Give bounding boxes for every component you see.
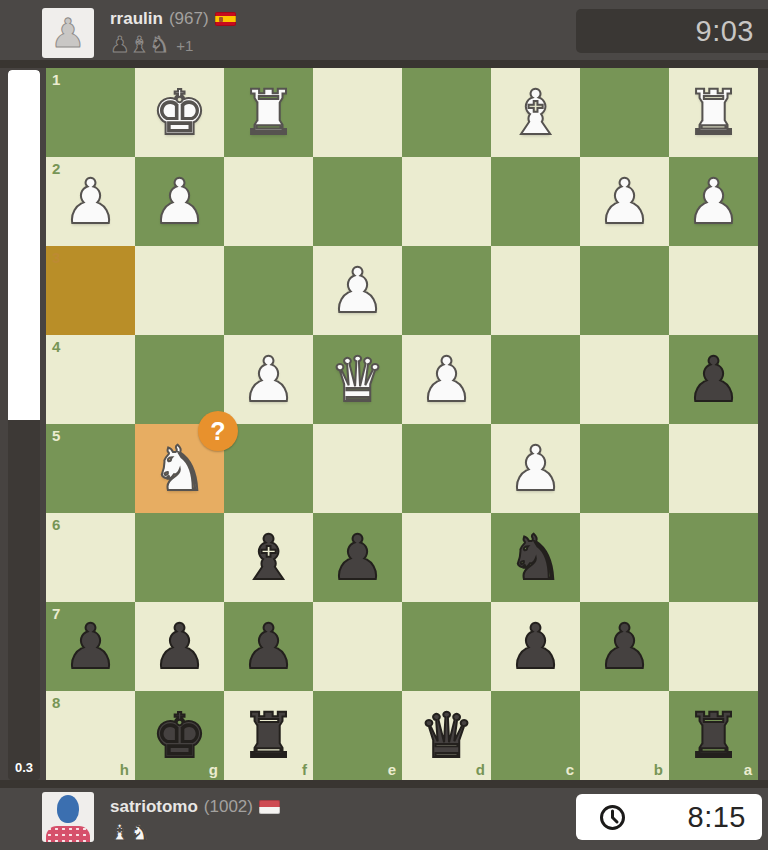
square-e6[interactable]: ♟ [313,513,402,602]
piece-white-pawn: ♟ [330,260,386,322]
square-c3[interactable] [491,246,580,335]
piece-white-queen: ♛ [330,349,386,411]
square-d4[interactable]: ♟ [402,335,491,424]
rank-label-8: 8 [52,694,60,711]
square-f3[interactable] [224,246,313,335]
person-avatar-icon [42,792,94,842]
square-d3[interactable] [402,246,491,335]
piece-black-rook: ♜ [686,705,742,767]
square-d6[interactable] [402,513,491,602]
piece-black-pawn: ♟ [63,616,119,678]
piece-white-knight: ♞ [152,438,208,500]
piece-white-pawn: ♟ [686,171,742,233]
opponent-avatar[interactable]: ♟ [42,8,94,58]
square-g3[interactable] [135,246,224,335]
square-c5[interactable]: ♟ [491,424,580,513]
square-a6[interactable] [669,513,758,602]
square-b4[interactable] [580,335,669,424]
opponent-rating: (967) [169,9,209,29]
captured-bishop-icon: ♝ [130,32,150,57]
square-a1[interactable]: ♜ [669,68,758,157]
square-e4[interactable]: ♛ [313,335,402,424]
square-d8[interactable]: d♛ [402,691,491,780]
square-g4[interactable] [135,335,224,424]
player-rating: (1002) [204,797,253,817]
square-f1[interactable]: ♜ [224,68,313,157]
square-c7[interactable]: ♟ [491,602,580,691]
square-g2[interactable]: ♟ [135,157,224,246]
square-c8[interactable]: c [491,691,580,780]
rank-label-2: 2 [52,160,60,177]
square-e2[interactable] [313,157,402,246]
file-label-c: c [566,761,574,778]
rank-label-4: 4 [52,338,60,355]
piece-white-rook: ♜ [241,82,297,144]
piece-white-pawn: ♟ [597,171,653,233]
piece-black-pawn: ♟ [508,616,564,678]
opponent-captured-pieces: ♟♝♞ +1 [110,32,236,58]
opponent-bar: ♟ rraulin (967) ♟♝♞ +1 9:03 [0,0,768,60]
square-c1[interactable]: ♝ [491,68,580,157]
player-username[interactable]: satriotomo [110,797,198,817]
square-c6[interactable]: ♞ [491,513,580,602]
square-d2[interactable] [402,157,491,246]
captured-knight-icon: ♞ [130,820,150,845]
piece-white-pawn: ♟ [508,438,564,500]
piece-black-pawn: ♟ [241,616,297,678]
square-h6[interactable]: 6 [46,513,135,602]
square-h5[interactable]: 5 [46,424,135,513]
square-g6[interactable] [135,513,224,602]
piece-black-rook: ♜ [241,705,297,767]
square-c2[interactable] [491,157,580,246]
spain-flag-icon [215,12,236,26]
player-captured-pieces: ♝♞ [110,820,280,846]
square-g1[interactable]: ♚ [135,68,224,157]
piece-white-rook: ♜ [686,82,742,144]
square-c4[interactable] [491,335,580,424]
square-g5[interactable]: ♞? [135,424,224,513]
indonesia-flag-icon [259,800,280,814]
captured-bishop-icon: ♝ [110,820,130,845]
square-h8[interactable]: 8h [46,691,135,780]
square-a3[interactable] [669,246,758,335]
square-e3[interactable]: ♟ [313,246,402,335]
square-a2[interactable]: ♟ [669,157,758,246]
piece-white-pawn: ♟ [152,171,208,233]
piece-white-pawn: ♟ [241,349,297,411]
piece-white-pawn: ♟ [419,349,475,411]
square-a4[interactable]: ♟ [669,335,758,424]
piece-black-pawn: ♟ [330,527,386,589]
piece-white-bishop: ♝ [508,82,564,144]
square-h4[interactable]: 4 [46,335,135,424]
piece-white-pawn: ♟ [63,171,119,233]
evaluation-score: 0.3 [8,760,40,775]
square-a5[interactable] [669,424,758,513]
square-f2[interactable] [224,157,313,246]
board-bottom-edge [0,780,768,788]
square-e7[interactable] [313,602,402,691]
piece-black-pawn: ♟ [152,616,208,678]
square-b2[interactable]: ♟ [580,157,669,246]
square-h2[interactable]: 2♟ [46,157,135,246]
square-e5[interactable] [313,424,402,513]
square-f6[interactable]: ♝ [224,513,313,602]
rank-label-5: 5 [52,427,60,444]
rank-label-7: 7 [52,605,60,622]
square-d5[interactable] [402,424,491,513]
square-b1[interactable] [580,68,669,157]
piece-black-pawn: ♟ [686,349,742,411]
square-a8[interactable]: a♜ [669,691,758,780]
square-f5[interactable] [224,424,313,513]
square-f4[interactable]: ♟ [224,335,313,424]
square-g8[interactable]: g♚ [135,691,224,780]
mistake-annotation-badge: ? [198,411,238,451]
square-b3[interactable] [580,246,669,335]
rank-label-1: 1 [52,71,60,88]
piece-black-bishop: ♝ [241,527,297,589]
file-label-a: a [744,761,752,778]
player-clock: 8:15 [576,794,762,840]
file-label-e: e [388,761,396,778]
square-a7[interactable] [669,602,758,691]
material-advantage: +1 [176,37,193,54]
square-d1[interactable] [402,68,491,157]
opponent-clock: 9:03 [576,9,768,53]
square-b7[interactable]: ♟ [580,602,669,691]
file-label-h: h [120,761,129,778]
chess-board: 1♚♜♝♜2♟♟♟♟3♟4♟♛♟♟5♞?♟6♝♟♞7♟♟♟♟♟8hg♚f♜ed♛… [46,68,758,780]
file-label-f: f [302,761,307,778]
square-f8[interactable]: f♜ [224,691,313,780]
evaluation-bar: 0.3 [8,70,40,780]
rank-label-6: 6 [52,516,60,533]
square-f7[interactable]: ♟ [224,602,313,691]
white-pawn-avatar-icon: ♟ [50,13,86,53]
square-h7[interactable]: 7♟ [46,602,135,691]
piece-white-king: ♚ [152,82,208,144]
square-d7[interactable] [402,602,491,691]
square-h3[interactable]: 3 [46,246,135,335]
opponent-clock-time: 9:03 [696,15,754,48]
captured-knight-icon: ♞ [149,32,169,57]
square-b6[interactable] [580,513,669,602]
file-label-b: b [654,761,663,778]
piece-black-pawn: ♟ [597,616,653,678]
square-g7[interactable]: ♟ [135,602,224,691]
square-e8[interactable]: e [313,691,402,780]
square-h1[interactable]: 1 [46,68,135,157]
piece-black-king: ♚ [152,705,208,767]
opponent-username[interactable]: rraulin [110,9,163,29]
square-b8[interactable]: b [580,691,669,780]
player-avatar[interactable] [42,792,94,842]
evaluation-white-portion [8,70,40,420]
square-b5[interactable] [580,424,669,513]
captured-pawn-icon: ♟ [110,32,130,57]
file-label-g: g [209,761,218,778]
piece-black-queen: ♛ [419,705,475,767]
player-bar: satriotomo (1002) ♝♞ 8:15 [0,788,768,850]
file-label-d: d [476,761,485,778]
board-top-edge [0,60,768,68]
piece-black-knight: ♞ [508,527,564,589]
rank-label-3: 3 [52,249,60,266]
square-e1[interactable] [313,68,402,157]
clock-icon [598,803,627,832]
player-clock-time: 8:15 [688,801,746,834]
